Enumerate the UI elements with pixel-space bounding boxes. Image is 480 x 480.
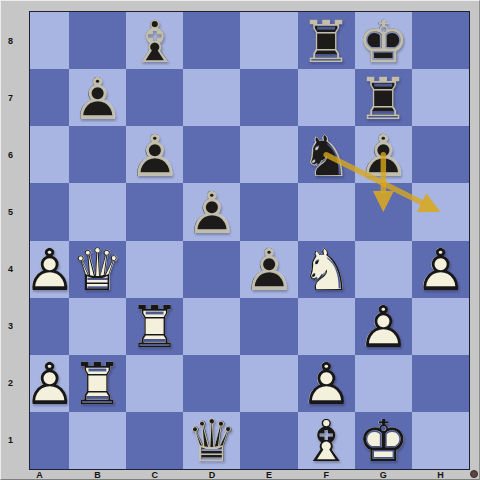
square-e8[interactable] [240, 12, 297, 69]
square-e5[interactable] [240, 183, 297, 240]
side-to-move-indicator [470, 470, 478, 478]
pawn-glyph-outline: ♙ [241, 242, 296, 299]
piece-white-pawn[interactable]: ♟♙ [299, 355, 354, 412]
king-glyph-outline: ♔ [356, 13, 411, 70]
square-f3[interactable] [298, 298, 355, 355]
square-c5[interactable] [126, 183, 183, 240]
rank-label-3: 3 [2, 298, 19, 355]
square-a5[interactable] [30, 183, 69, 240]
chess-board: ♝♗♜♖♚♔♟♙♜♖♟♙♞♘♟♙♟♙♟♙♛♕♟♙♞♘♟♙♜♖♟♙♟♙♜♖♟♙♛♕… [29, 11, 470, 470]
file-label-g: G [368, 469, 398, 480]
square-h4[interactable]: ♟♙ [412, 241, 469, 298]
square-c3[interactable]: ♜♖ [126, 298, 183, 355]
queen-glyph-outline: ♕ [70, 242, 125, 299]
piece-white-rook[interactable]: ♜♖ [70, 355, 125, 412]
square-a2[interactable]: ♟♙ [30, 355, 69, 412]
square-h2[interactable] [412, 355, 469, 412]
square-f4[interactable]: ♞♘ [298, 241, 355, 298]
square-f8[interactable]: ♜♖ [298, 12, 355, 69]
square-b7[interactable]: ♟♙ [69, 69, 126, 126]
square-c7[interactable] [126, 69, 183, 126]
file-label-d: D [197, 469, 227, 480]
square-e7[interactable] [240, 69, 297, 126]
pawn-glyph-outline: ♙ [299, 356, 354, 413]
square-b3[interactable] [69, 298, 126, 355]
pawn-glyph-outline: ♙ [127, 127, 182, 184]
file-label-c: C [140, 469, 170, 480]
square-g5[interactable] [355, 183, 412, 240]
square-g7[interactable]: ♜♖ [355, 69, 412, 126]
square-g6[interactable]: ♟♙ [355, 126, 412, 183]
square-b4[interactable]: ♛♕ [69, 241, 126, 298]
square-d4[interactable] [183, 241, 240, 298]
pawn-glyph-outline: ♙ [184, 184, 239, 241]
piece-white-king[interactable]: ♚♔ [356, 412, 411, 469]
square-b5[interactable] [69, 183, 126, 240]
king-glyph-outline: ♔ [356, 413, 411, 470]
square-b8[interactable] [69, 12, 126, 69]
square-g2[interactable] [355, 355, 412, 412]
square-e4[interactable]: ♟♙ [240, 241, 297, 298]
rank-label-7: 7 [2, 69, 19, 126]
square-e6[interactable] [240, 126, 297, 183]
piece-white-pawn[interactable]: ♟♙ [413, 241, 468, 298]
pawn-glyph-outline: ♙ [70, 70, 125, 127]
square-c4[interactable] [126, 241, 183, 298]
square-d3[interactable] [183, 298, 240, 355]
square-e2[interactable] [240, 355, 297, 412]
square-d5[interactable]: ♟♙ [183, 183, 240, 240]
square-g4[interactable] [355, 241, 412, 298]
square-e1[interactable] [240, 412, 297, 469]
square-g1[interactable]: ♚♔ [355, 412, 412, 469]
rook-glyph-outline: ♖ [127, 299, 182, 356]
file-label-e: E [254, 469, 284, 480]
piece-black-pawn[interactable]: ♟♙ [184, 183, 239, 240]
square-a3[interactable] [30, 298, 69, 355]
square-d2[interactable] [183, 355, 240, 412]
piece-black-pawn[interactable]: ♟♙ [356, 126, 411, 183]
square-b1[interactable] [69, 412, 126, 469]
piece-black-pawn[interactable]: ♟♙ [127, 126, 182, 183]
square-e3[interactable] [240, 298, 297, 355]
square-d8[interactable] [183, 12, 240, 69]
piece-black-rook[interactable]: ♜♖ [356, 69, 411, 126]
rook-glyph-outline: ♖ [70, 356, 125, 413]
rook-glyph-outline: ♖ [356, 70, 411, 127]
file-label-h: H [426, 469, 456, 480]
square-h3[interactable] [412, 298, 469, 355]
square-b6[interactable] [69, 126, 126, 183]
square-f5[interactable] [298, 183, 355, 240]
square-a4[interactable]: ♟♙ [30, 241, 69, 298]
file-label-b: B [83, 469, 113, 480]
piece-white-knight[interactable]: ♞♘ [299, 241, 354, 298]
rank-label-2: 2 [2, 355, 19, 412]
square-d7[interactable] [183, 69, 240, 126]
piece-white-bishop[interactable]: ♝♗ [299, 412, 354, 469]
square-d6[interactable] [183, 126, 240, 183]
piece-black-bishop[interactable]: ♝♗ [127, 12, 182, 69]
queen-glyph-outline: ♕ [184, 413, 239, 470]
square-b2[interactable]: ♜♖ [69, 355, 126, 412]
knight-glyph-outline: ♘ [299, 242, 354, 299]
square-h5[interactable] [412, 183, 469, 240]
square-c1[interactable] [126, 412, 183, 469]
piece-white-queen[interactable]: ♛♕ [70, 241, 125, 298]
square-h1[interactable] [412, 412, 469, 469]
square-d1[interactable]: ♛♕ [183, 412, 240, 469]
rank-label-1: 1 [2, 412, 19, 469]
pawn-glyph-outline: ♙ [356, 127, 411, 184]
square-f6[interactable]: ♞♘ [298, 126, 355, 183]
square-a6[interactable] [30, 126, 69, 183]
square-f7[interactable] [298, 69, 355, 126]
chess-gui-window: ♝♗♜♖♚♔♟♙♜♖♟♙♞♘♟♙♟♙♟♙♛♕♟♙♞♘♟♙♜♖♟♙♟♙♜♖♟♙♛♕… [0, 0, 480, 480]
square-c2[interactable] [126, 355, 183, 412]
rank-label-4: 4 [2, 241, 19, 298]
rook-glyph-outline: ♖ [299, 13, 354, 70]
square-f2[interactable]: ♟♙ [298, 355, 355, 412]
piece-black-pawn[interactable]: ♟♙ [70, 69, 125, 126]
piece-black-knight[interactable]: ♞♘ [299, 126, 354, 183]
square-a7[interactable] [30, 69, 69, 126]
square-h8[interactable] [412, 12, 469, 69]
square-g3[interactable]: ♟♙ [355, 298, 412, 355]
piece-white-rook[interactable]: ♜♖ [127, 298, 182, 355]
pawn-glyph-outline: ♙ [413, 242, 468, 299]
rank-label-5: 5 [2, 183, 19, 240]
rank-label-6: 6 [2, 126, 19, 183]
square-f1[interactable]: ♝♗ [298, 412, 355, 469]
square-h6[interactable] [412, 126, 469, 183]
square-g8[interactable]: ♚♔ [355, 12, 412, 69]
square-h7[interactable] [412, 69, 469, 126]
pawn-glyph-outline: ♙ [356, 299, 411, 356]
square-c8[interactable]: ♝♗ [126, 12, 183, 69]
square-c6[interactable]: ♟♙ [126, 126, 183, 183]
piece-black-king[interactable]: ♚♔ [356, 12, 411, 69]
piece-black-queen[interactable]: ♛♕ [184, 412, 239, 469]
piece-white-pawn[interactable]: ♟♙ [356, 298, 411, 355]
square-a8[interactable] [30, 12, 69, 69]
rank-label-8: 8 [2, 12, 19, 69]
knight-glyph-outline: ♘ [299, 127, 354, 184]
file-label-f: F [311, 469, 341, 480]
file-label-a: A [25, 469, 55, 480]
bishop-glyph-outline: ♗ [299, 413, 354, 470]
bishop-glyph-outline: ♗ [127, 13, 182, 70]
piece-black-rook[interactable]: ♜♖ [299, 12, 354, 69]
piece-black-pawn[interactable]: ♟♙ [241, 241, 296, 298]
square-a1[interactable] [30, 412, 69, 469]
